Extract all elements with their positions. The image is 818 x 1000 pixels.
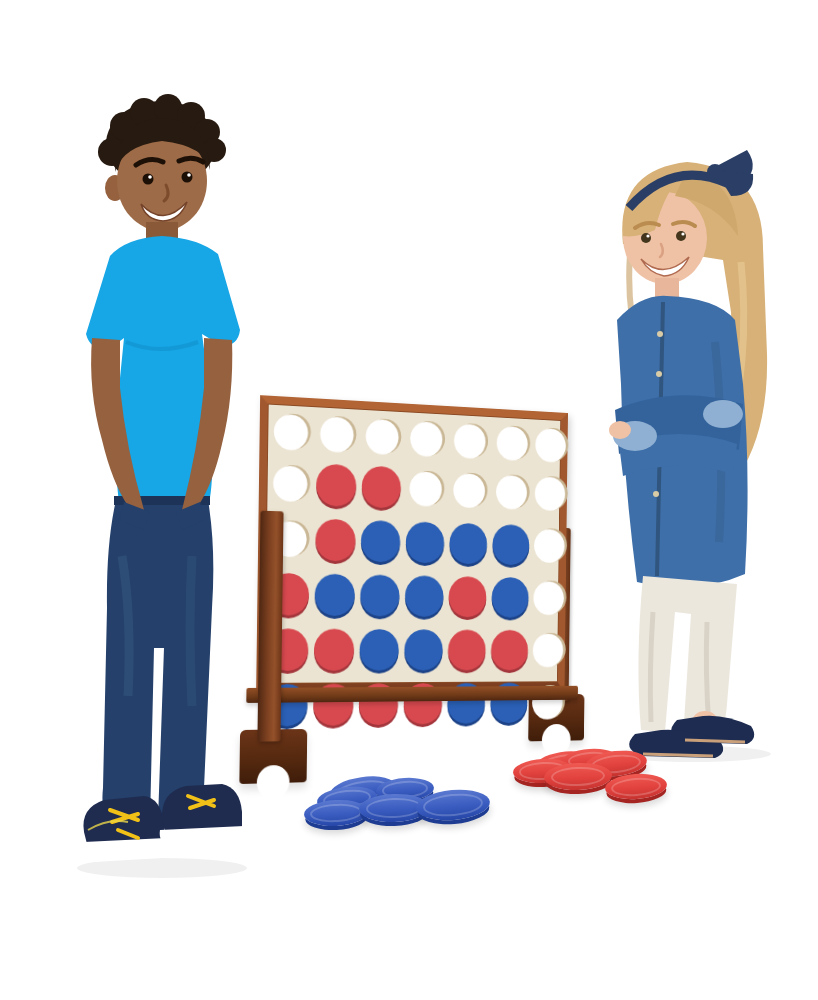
left-stand-post [257, 511, 283, 742]
cell-r1c4[interactable]: ● [404, 411, 448, 458]
cell-r5c2[interactable]: ● [311, 618, 357, 673]
connect-four-board: ●●●●●●●●●●●●●●●●●●●●●●●●●●●●●●●●●●●●●●●●… [237, 392, 591, 794]
cell-r3c2[interactable]: ● [312, 507, 358, 563]
product-photo-scene: ●●●●●●●●●●●●●●●●●●●●●●●●●●●●●●●●●●●●●●●●… [0, 0, 818, 1000]
cell-r2c4[interactable]: ● [403, 457, 448, 512]
cell-r3c4[interactable]: ● [403, 510, 448, 565]
cell-r2c7[interactable]: ● [532, 462, 567, 516]
cell-r2c2[interactable]: ● [313, 452, 359, 509]
boy-eye-right [182, 172, 193, 183]
cell-r3c6[interactable]: ● [489, 513, 532, 567]
girl-figure [565, 142, 803, 770]
cell-r5c4[interactable]: ● [401, 618, 446, 672]
cell-r4c7[interactable]: ● [531, 567, 566, 620]
cell-r3c7[interactable]: ● [532, 515, 567, 568]
boy-eye-left [143, 174, 154, 185]
cell-r4c3[interactable]: ● [357, 564, 402, 619]
cell-r2c3[interactable]: ● [359, 454, 404, 510]
cell-r1c5[interactable]: ● [448, 414, 492, 461]
cell-r3c3[interactable]: ● [358, 509, 403, 564]
cell-r4c6[interactable]: ● [489, 566, 532, 619]
cell-r5c3[interactable]: ● [356, 618, 401, 673]
blue-floor-disc-4[interactable] [303, 798, 368, 827]
boy-left-sneaker [83, 796, 168, 862]
cell-r5c6[interactable]: ● [488, 619, 531, 672]
boy-right-sneaker [160, 784, 247, 850]
cell-r1c7[interactable]: ● [533, 419, 568, 465]
girl-hand [609, 421, 631, 439]
boy-jeans [102, 496, 213, 822]
cell-r1c1[interactable]: ● [267, 404, 314, 453]
board-grid: ●●●●●●●●●●●●●●●●●●●●●●●●●●●●●●●●●●●●●●●●… [264, 404, 561, 684]
girl-eye-left [641, 233, 651, 243]
cell-r5c5[interactable]: ● [445, 619, 489, 672]
board-frame: ●●●●●●●●●●●●●●●●●●●●●●●●●●●●●●●●●●●●●●●●… [256, 395, 568, 696]
cell-r4c2[interactable]: ● [311, 563, 357, 619]
cell-r2c5[interactable]: ● [447, 459, 491, 514]
cell-r2c6[interactable]: ● [490, 461, 533, 515]
girl-pants [638, 576, 737, 740]
cell-r1c6[interactable]: ● [491, 416, 534, 462]
girl-eye-right [676, 231, 686, 241]
cell-r3c5[interactable]: ● [446, 512, 490, 566]
cell-r2c1[interactable]: ● [266, 450, 313, 507]
girl-crossed-arms [609, 395, 743, 476]
cell-r4c4[interactable]: ● [402, 564, 447, 618]
cell-r5c7[interactable]: ● [530, 620, 565, 672]
cell-r4c5[interactable]: ● [446, 565, 490, 619]
girl-rolled-cuff-right [703, 400, 743, 428]
